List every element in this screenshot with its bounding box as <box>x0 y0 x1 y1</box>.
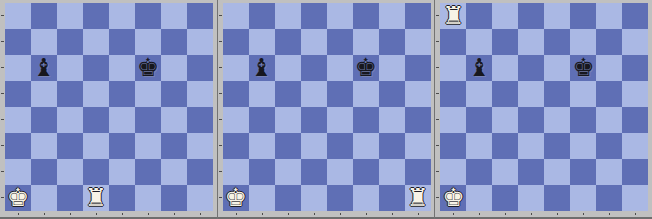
chess-board-2[interactable]: ♝♚♚♜ <box>223 3 431 211</box>
square-d1[interactable]: ♜ <box>83 185 109 211</box>
file-tick <box>223 212 249 217</box>
square-d3[interactable] <box>83 133 109 159</box>
square-g2[interactable] <box>596 159 622 185</box>
board-panel-3: ♜♝♚♚ <box>434 0 652 219</box>
square-d4[interactable] <box>83 107 109 133</box>
square-e7[interactable] <box>109 29 135 55</box>
file-tick <box>135 212 161 217</box>
square-e8[interactable] <box>109 3 135 29</box>
square-d7[interactable] <box>83 29 109 55</box>
square-b3[interactable] <box>31 133 57 159</box>
square-a8[interactable] <box>223 3 249 29</box>
square-e4[interactable] <box>327 107 353 133</box>
square-h4[interactable] <box>187 107 213 133</box>
square-b6[interactable]: ♝ <box>466 55 492 81</box>
square-c6[interactable] <box>492 55 518 81</box>
square-h8[interactable] <box>405 3 431 29</box>
square-a1[interactable]: ♚ <box>5 185 31 211</box>
square-h8[interactable] <box>187 3 213 29</box>
square-f5[interactable] <box>135 81 161 107</box>
square-g1[interactable] <box>379 185 405 211</box>
square-b2[interactable] <box>466 159 492 185</box>
square-f4[interactable] <box>570 107 596 133</box>
square-a7[interactable] <box>440 29 466 55</box>
square-f1[interactable] <box>135 185 161 211</box>
square-e2[interactable] <box>544 159 570 185</box>
square-h4[interactable] <box>622 107 648 133</box>
square-b2[interactable] <box>249 159 275 185</box>
square-c4[interactable] <box>492 107 518 133</box>
square-a3[interactable] <box>223 133 249 159</box>
square-g3[interactable] <box>596 133 622 159</box>
file-tick <box>544 212 570 217</box>
square-a6[interactable] <box>440 55 466 81</box>
square-b1[interactable] <box>31 185 57 211</box>
square-a2[interactable] <box>440 159 466 185</box>
square-b4[interactable] <box>31 107 57 133</box>
square-c2[interactable] <box>275 159 301 185</box>
file-tick <box>31 212 57 217</box>
file-tick <box>249 212 275 217</box>
square-f6[interactable]: ♚ <box>353 55 379 81</box>
square-g1[interactable] <box>596 185 622 211</box>
file-tick <box>440 212 466 217</box>
square-h1[interactable] <box>622 185 648 211</box>
square-h8[interactable] <box>622 3 648 29</box>
square-g8[interactable] <box>379 3 405 29</box>
square-a1[interactable]: ♚ <box>223 185 249 211</box>
square-c6[interactable] <box>57 55 83 81</box>
square-a3[interactable] <box>5 133 31 159</box>
square-g4[interactable] <box>161 107 187 133</box>
file-tick <box>622 212 648 217</box>
square-e2[interactable] <box>327 159 353 185</box>
square-e3[interactable] <box>327 133 353 159</box>
square-f7[interactable] <box>135 29 161 55</box>
square-b7[interactable] <box>466 29 492 55</box>
square-f8[interactable] <box>570 3 596 29</box>
square-f7[interactable] <box>353 29 379 55</box>
square-d3[interactable] <box>518 133 544 159</box>
file-tick <box>327 212 353 217</box>
file-tick <box>596 212 622 217</box>
square-c7[interactable] <box>57 29 83 55</box>
square-a5[interactable] <box>440 81 466 107</box>
square-d8[interactable] <box>83 3 109 29</box>
square-d7[interactable] <box>518 29 544 55</box>
square-b8[interactable] <box>249 3 275 29</box>
square-f2[interactable] <box>135 159 161 185</box>
square-a5[interactable] <box>5 81 31 107</box>
chess-board-3[interactable]: ♜♝♚♚ <box>440 3 648 211</box>
square-d3[interactable] <box>301 133 327 159</box>
square-g8[interactable] <box>596 3 622 29</box>
board-panel-2: ♝♚♚♜ <box>217 0 435 219</box>
square-g3[interactable] <box>161 133 187 159</box>
file-tick <box>57 212 83 217</box>
white-king-piece[interactable]: ♚ <box>223 185 249 211</box>
square-f2[interactable] <box>353 159 379 185</box>
square-f1[interactable] <box>353 185 379 211</box>
square-d6[interactable] <box>83 55 109 81</box>
square-c3[interactable] <box>492 133 518 159</box>
file-tick <box>405 212 431 217</box>
square-e4[interactable] <box>544 107 570 133</box>
square-a5[interactable] <box>223 81 249 107</box>
square-c3[interactable] <box>57 133 83 159</box>
square-h2[interactable] <box>187 159 213 185</box>
black-king-piece[interactable]: ♚ <box>135 55 161 81</box>
square-b6[interactable]: ♝ <box>31 55 57 81</box>
square-g3[interactable] <box>379 133 405 159</box>
white-rook-piece[interactable]: ♜ <box>405 185 431 211</box>
square-h5[interactable] <box>405 81 431 107</box>
square-c8[interactable] <box>275 3 301 29</box>
file-tick <box>379 212 405 217</box>
file-tick <box>466 212 492 217</box>
square-e1[interactable] <box>109 185 135 211</box>
square-g7[interactable] <box>379 29 405 55</box>
square-f5[interactable] <box>570 81 596 107</box>
white-king-piece[interactable]: ♚ <box>440 185 466 211</box>
file-tick <box>5 212 31 217</box>
square-b3[interactable] <box>466 133 492 159</box>
square-b1[interactable] <box>249 185 275 211</box>
square-b5[interactable] <box>249 81 275 107</box>
square-f3[interactable] <box>353 133 379 159</box>
square-a3[interactable] <box>440 133 466 159</box>
square-g4[interactable] <box>379 107 405 133</box>
square-e2[interactable] <box>109 159 135 185</box>
square-g2[interactable] <box>161 159 187 185</box>
board-panels-row: ♝♚♚♜ ♝♚♚♜ ♜♝♚♚ <box>0 0 652 219</box>
square-c1[interactable] <box>275 185 301 211</box>
square-b2[interactable] <box>31 159 57 185</box>
file-tick <box>353 212 379 217</box>
square-b6[interactable]: ♝ <box>249 55 275 81</box>
square-h4[interactable] <box>405 107 431 133</box>
file-coordinates <box>223 212 431 217</box>
square-f7[interactable] <box>570 29 596 55</box>
square-a6[interactable] <box>223 55 249 81</box>
board-panel-1: ♝♚♚♜ <box>0 0 217 219</box>
square-f4[interactable] <box>135 107 161 133</box>
square-f8[interactable] <box>353 3 379 29</box>
file-tick <box>187 212 213 217</box>
black-bishop-piece[interactable]: ♝ <box>466 55 492 81</box>
square-c4[interactable] <box>275 107 301 133</box>
square-d2[interactable] <box>301 159 327 185</box>
square-h3[interactable] <box>405 133 431 159</box>
square-e8[interactable] <box>544 3 570 29</box>
square-g6[interactable] <box>596 55 622 81</box>
square-h5[interactable] <box>622 81 648 107</box>
square-h6[interactable] <box>187 55 213 81</box>
white-king-piece[interactable]: ♚ <box>5 185 31 211</box>
square-h7[interactable] <box>622 29 648 55</box>
file-tick <box>570 212 596 217</box>
square-h3[interactable] <box>187 133 213 159</box>
square-f3[interactable] <box>135 133 161 159</box>
square-a8[interactable]: ♜ <box>440 3 466 29</box>
square-b8[interactable] <box>31 3 57 29</box>
square-d5[interactable] <box>83 81 109 107</box>
square-d4[interactable] <box>518 107 544 133</box>
file-tick <box>518 212 544 217</box>
square-d1[interactable] <box>518 185 544 211</box>
square-f4[interactable] <box>353 107 379 133</box>
square-c7[interactable] <box>492 29 518 55</box>
square-b8[interactable] <box>466 3 492 29</box>
square-c8[interactable] <box>492 3 518 29</box>
square-a4[interactable] <box>5 107 31 133</box>
square-e1[interactable] <box>544 185 570 211</box>
square-f6[interactable]: ♚ <box>570 55 596 81</box>
square-f5[interactable] <box>353 81 379 107</box>
square-a4[interactable] <box>223 107 249 133</box>
square-c2[interactable] <box>492 159 518 185</box>
square-h6[interactable] <box>622 55 648 81</box>
square-h1[interactable]: ♜ <box>405 185 431 211</box>
square-c5[interactable] <box>275 81 301 107</box>
square-c3[interactable] <box>275 133 301 159</box>
square-e6[interactable] <box>109 55 135 81</box>
square-g1[interactable] <box>161 185 187 211</box>
square-f6[interactable]: ♚ <box>135 55 161 81</box>
square-h7[interactable] <box>405 29 431 55</box>
file-tick <box>492 212 518 217</box>
file-tick <box>109 212 135 217</box>
square-a2[interactable] <box>5 159 31 185</box>
square-d1[interactable] <box>301 185 327 211</box>
square-d6[interactable] <box>301 55 327 81</box>
square-g8[interactable] <box>161 3 187 29</box>
square-c7[interactable] <box>275 29 301 55</box>
square-e8[interactable] <box>327 3 353 29</box>
square-c5[interactable] <box>57 81 83 107</box>
square-h2[interactable] <box>622 159 648 185</box>
square-b7[interactable] <box>31 29 57 55</box>
square-b7[interactable] <box>249 29 275 55</box>
white-rook-piece[interactable]: ♜ <box>83 185 109 211</box>
square-h3[interactable] <box>622 133 648 159</box>
square-h7[interactable] <box>187 29 213 55</box>
file-coordinates <box>5 212 213 217</box>
square-a7[interactable] <box>223 29 249 55</box>
square-a2[interactable] <box>223 159 249 185</box>
square-d5[interactable] <box>518 81 544 107</box>
square-c6[interactable] <box>275 55 301 81</box>
square-b5[interactable] <box>466 81 492 107</box>
square-f8[interactable] <box>135 3 161 29</box>
square-h2[interactable] <box>405 159 431 185</box>
file-tick <box>83 212 109 217</box>
black-king-piece[interactable]: ♚ <box>570 55 596 81</box>
square-e3[interactable] <box>109 133 135 159</box>
square-d2[interactable] <box>518 159 544 185</box>
square-g7[interactable] <box>596 29 622 55</box>
file-tick <box>275 212 301 217</box>
square-g5[interactable] <box>596 81 622 107</box>
square-c5[interactable] <box>492 81 518 107</box>
square-d5[interactable] <box>301 81 327 107</box>
square-a4[interactable] <box>440 107 466 133</box>
square-e4[interactable] <box>109 107 135 133</box>
square-g2[interactable] <box>379 159 405 185</box>
chess-board-1[interactable]: ♝♚♚♜ <box>5 3 213 211</box>
square-b1[interactable] <box>466 185 492 211</box>
square-b4[interactable] <box>249 107 275 133</box>
square-e7[interactable] <box>544 29 570 55</box>
black-bishop-piece[interactable]: ♝ <box>249 55 275 81</box>
square-c1[interactable] <box>57 185 83 211</box>
square-b5[interactable] <box>31 81 57 107</box>
black-king-piece[interactable]: ♚ <box>353 55 379 81</box>
square-a8[interactable] <box>5 3 31 29</box>
square-c2[interactable] <box>57 159 83 185</box>
square-h1[interactable] <box>187 185 213 211</box>
square-f2[interactable] <box>570 159 596 185</box>
square-d7[interactable] <box>301 29 327 55</box>
square-d8[interactable] <box>301 3 327 29</box>
square-e5[interactable] <box>109 81 135 107</box>
square-a1[interactable]: ♚ <box>440 185 466 211</box>
square-f1[interactable] <box>570 185 596 211</box>
square-g4[interactable] <box>596 107 622 133</box>
square-c4[interactable] <box>57 107 83 133</box>
square-e5[interactable] <box>327 81 353 107</box>
black-bishop-piece[interactable]: ♝ <box>31 55 57 81</box>
square-e1[interactable] <box>327 185 353 211</box>
square-c1[interactable] <box>492 185 518 211</box>
square-b4[interactable] <box>466 107 492 133</box>
white-rook-piece[interactable]: ♜ <box>440 3 466 29</box>
square-e3[interactable] <box>544 133 570 159</box>
square-g6[interactable] <box>379 55 405 81</box>
square-a6[interactable] <box>5 55 31 81</box>
square-b3[interactable] <box>249 133 275 159</box>
square-h6[interactable] <box>405 55 431 81</box>
square-g6[interactable] <box>161 55 187 81</box>
square-e6[interactable] <box>327 55 353 81</box>
file-tick <box>161 212 187 217</box>
file-tick <box>301 212 327 217</box>
square-d6[interactable] <box>518 55 544 81</box>
square-a7[interactable] <box>5 29 31 55</box>
square-e6[interactable] <box>544 55 570 81</box>
square-d4[interactable] <box>301 107 327 133</box>
square-g5[interactable] <box>379 81 405 107</box>
square-g5[interactable] <box>161 81 187 107</box>
file-coordinates <box>440 212 648 217</box>
square-e7[interactable] <box>327 29 353 55</box>
square-c8[interactable] <box>57 3 83 29</box>
square-d8[interactable] <box>518 3 544 29</box>
square-d2[interactable] <box>83 159 109 185</box>
square-f3[interactable] <box>570 133 596 159</box>
square-g7[interactable] <box>161 29 187 55</box>
square-e5[interactable] <box>544 81 570 107</box>
square-h5[interactable] <box>187 81 213 107</box>
